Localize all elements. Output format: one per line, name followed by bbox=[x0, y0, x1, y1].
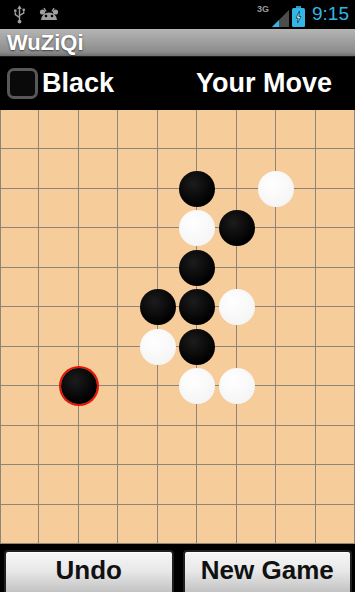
new-game-button[interactable]: New Game bbox=[183, 550, 353, 592]
white-stone bbox=[219, 289, 255, 325]
status-right-icons: 3G 9:15 bbox=[257, 1, 351, 27]
bottom-button-bar: Undo New Game bbox=[0, 544, 355, 592]
white-stone bbox=[179, 368, 215, 404]
battery-charging-icon bbox=[292, 6, 305, 27]
network-type-label: 3G bbox=[257, 5, 269, 14]
white-stone bbox=[258, 171, 294, 207]
white-stone bbox=[219, 368, 255, 404]
black-stone bbox=[179, 171, 215, 207]
android-debug-icon bbox=[37, 5, 61, 23]
title-bar: WuZiQi bbox=[0, 28, 355, 57]
black-stone bbox=[179, 250, 215, 286]
signal-strength-icon bbox=[272, 10, 289, 27]
black-stone bbox=[140, 289, 176, 325]
black-stone bbox=[179, 289, 215, 325]
undo-button[interactable]: Undo bbox=[4, 550, 174, 592]
clock-time: 9:15 bbox=[312, 1, 349, 27]
status-bar: 3G 9:15 bbox=[0, 0, 355, 28]
black-stone bbox=[219, 210, 255, 246]
turn-status-label: Your Move bbox=[196, 68, 332, 99]
player-color-checkbox[interactable] bbox=[7, 68, 38, 99]
gomoku-board[interactable] bbox=[0, 110, 355, 544]
black-stone bbox=[179, 329, 215, 365]
white-stone bbox=[179, 210, 215, 246]
white-stone bbox=[140, 329, 176, 365]
usb-icon bbox=[12, 5, 27, 24]
app-screen: 3G 9:15 WuZiQi Black Your Move Undo New … bbox=[0, 0, 355, 592]
player-color-label: Black bbox=[42, 68, 114, 99]
turn-bar: Black Your Move bbox=[0, 57, 355, 110]
status-left-icons bbox=[4, 5, 61, 24]
app-title: WuZiQi bbox=[7, 30, 84, 56]
black-stone-last-move bbox=[61, 368, 97, 404]
